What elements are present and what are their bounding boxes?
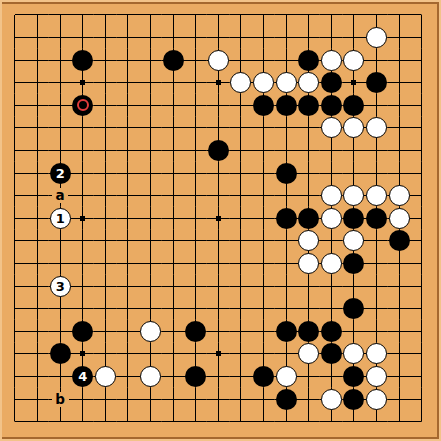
intersection-18-9 — [388, 184, 411, 207]
intersection-2-9 — [26, 184, 49, 207]
intersection-10-19 — [207, 410, 230, 433]
intersection-3-6 — [49, 117, 72, 140]
intersection-15-7 — [320, 139, 343, 162]
intersection-1-4 — [4, 71, 27, 94]
intersection-3-2 — [49, 26, 72, 49]
black-stone — [72, 95, 93, 116]
intersection-9-15 — [184, 320, 207, 343]
intersection-6-17 — [117, 365, 140, 388]
intersection-2-5 — [26, 94, 49, 117]
intersection-7-13 — [139, 275, 162, 298]
intersection-9-11 — [184, 230, 207, 253]
intersection-6-8 — [117, 162, 140, 185]
intersection-11-11 — [230, 230, 253, 253]
intersection-19-11 — [410, 230, 433, 253]
intersection-3-8: 2 — [49, 162, 72, 185]
intersection-4-5 — [71, 94, 94, 117]
white-stone-move-3: 3 — [50, 276, 71, 297]
intersection-15-14 — [320, 297, 343, 320]
white-stone — [343, 230, 364, 251]
intersection-13-1 — [275, 4, 298, 27]
intersection-13-9 — [275, 184, 298, 207]
intersection-16-17 — [343, 365, 366, 388]
intersection-1-6 — [4, 117, 27, 140]
black-stone — [321, 343, 342, 364]
go-board-grid: 2a134b — [4, 4, 433, 433]
intersection-9-1 — [184, 4, 207, 27]
intersection-17-10 — [365, 207, 388, 230]
black-stone — [276, 163, 297, 184]
white-stone — [208, 50, 229, 71]
white-stone — [230, 72, 251, 93]
intersection-7-10 — [139, 207, 162, 230]
intersection-3-3 — [49, 49, 72, 72]
intersection-10-3 — [207, 49, 230, 72]
intersection-4-9 — [71, 184, 94, 207]
black-stone — [366, 208, 387, 229]
intersection-4-2 — [71, 26, 94, 49]
intersection-7-1 — [139, 4, 162, 27]
intersection-19-12 — [410, 252, 433, 275]
intersection-1-3 — [4, 49, 27, 72]
intersection-7-19 — [139, 410, 162, 433]
black-stone — [208, 140, 229, 161]
intersection-10-16 — [207, 343, 230, 366]
intersection-18-17 — [388, 365, 411, 388]
black-stone — [298, 208, 319, 229]
intersection-5-5 — [94, 94, 117, 117]
intersection-5-3 — [94, 49, 117, 72]
intersection-9-6 — [184, 117, 207, 140]
white-stone — [389, 208, 410, 229]
intersection-2-14 — [26, 297, 49, 320]
intersection-8-17 — [162, 365, 185, 388]
white-stone — [276, 72, 297, 93]
intersection-10-13 — [207, 275, 230, 298]
intersection-18-13 — [388, 275, 411, 298]
intersection-18-10 — [388, 207, 411, 230]
intersection-4-16 — [71, 343, 94, 366]
circle-marker — [77, 99, 89, 111]
intersection-12-3 — [252, 49, 275, 72]
intersection-9-7 — [184, 139, 207, 162]
white-stone — [366, 117, 387, 138]
intersection-3-15 — [49, 320, 72, 343]
white-stone — [343, 185, 364, 206]
intersection-5-2 — [94, 26, 117, 49]
intersection-10-4 — [207, 71, 230, 94]
intersection-10-11 — [207, 230, 230, 253]
intersection-8-18 — [162, 388, 185, 411]
intersection-17-5 — [365, 94, 388, 117]
intersection-10-5 — [207, 94, 230, 117]
intersection-14-15 — [297, 320, 320, 343]
black-stone — [253, 366, 274, 387]
intersection-15-1 — [320, 4, 343, 27]
intersection-15-2 — [320, 26, 343, 49]
intersection-12-12 — [252, 252, 275, 275]
intersection-10-17 — [207, 365, 230, 388]
point-label-a: a — [52, 188, 68, 203]
intersection-2-13 — [26, 275, 49, 298]
intersection-7-15 — [139, 320, 162, 343]
intersection-8-15 — [162, 320, 185, 343]
intersection-11-17 — [230, 365, 253, 388]
intersection-13-8 — [275, 162, 298, 185]
intersection-2-4 — [26, 71, 49, 94]
intersection-7-18 — [139, 388, 162, 411]
intersection-5-13 — [94, 275, 117, 298]
intersection-12-5 — [252, 94, 275, 117]
black-stone — [163, 50, 184, 71]
intersection-19-3 — [410, 49, 433, 72]
intersection-5-12 — [94, 252, 117, 275]
intersection-1-2 — [4, 26, 27, 49]
intersection-18-4 — [388, 71, 411, 94]
intersection-19-18 — [410, 388, 433, 411]
intersection-5-11 — [94, 230, 117, 253]
white-stone — [298, 253, 319, 274]
black-stone — [298, 50, 319, 71]
intersection-12-2 — [252, 26, 275, 49]
intersection-19-9 — [410, 184, 433, 207]
intersection-12-15 — [252, 320, 275, 343]
intersection-14-1 — [297, 4, 320, 27]
intersection-11-14 — [230, 297, 253, 320]
intersection-7-11 — [139, 230, 162, 253]
intersection-17-8 — [365, 162, 388, 185]
intersection-13-10 — [275, 207, 298, 230]
white-stone — [366, 389, 387, 410]
intersection-9-14 — [184, 297, 207, 320]
intersection-2-18 — [26, 388, 49, 411]
intersection-10-15 — [207, 320, 230, 343]
intersection-6-11 — [117, 230, 140, 253]
intersection-9-19 — [184, 410, 207, 433]
intersection-11-5 — [230, 94, 253, 117]
intersection-6-13 — [117, 275, 140, 298]
intersection-11-3 — [230, 49, 253, 72]
intersection-17-12 — [365, 252, 388, 275]
intersection-3-1 — [49, 4, 72, 27]
intersection-3-7 — [49, 139, 72, 162]
black-stone — [276, 389, 297, 410]
intersection-2-16 — [26, 343, 49, 366]
intersection-12-16 — [252, 343, 275, 366]
intersection-15-6 — [320, 117, 343, 140]
intersection-19-7 — [410, 139, 433, 162]
intersection-10-12 — [207, 252, 230, 275]
intersection-14-5 — [297, 94, 320, 117]
intersection-1-14 — [4, 297, 27, 320]
white-stone — [366, 366, 387, 387]
intersection-16-15 — [343, 320, 366, 343]
intersection-2-11 — [26, 230, 49, 253]
white-stone — [298, 230, 319, 251]
intersection-14-12 — [297, 252, 320, 275]
intersection-1-13 — [4, 275, 27, 298]
intersection-18-14 — [388, 297, 411, 320]
intersection-10-2 — [207, 26, 230, 49]
intersection-10-8 — [207, 162, 230, 185]
intersection-9-4 — [184, 71, 207, 94]
intersection-13-5 — [275, 94, 298, 117]
intersection-1-12 — [4, 252, 27, 275]
intersection-8-5 — [162, 94, 185, 117]
intersection-14-8 — [297, 162, 320, 185]
intersection-10-10 — [207, 207, 230, 230]
intersection-5-1 — [94, 4, 117, 27]
intersection-9-16 — [184, 343, 207, 366]
black-stone — [343, 208, 364, 229]
white-stone — [343, 117, 364, 138]
intersection-10-14 — [207, 297, 230, 320]
intersection-12-17 — [252, 365, 275, 388]
intersection-13-18 — [275, 388, 298, 411]
black-stone — [253, 95, 274, 116]
intersection-5-14 — [94, 297, 117, 320]
intersection-12-6 — [252, 117, 275, 140]
intersection-4-11 — [71, 230, 94, 253]
intersection-13-7 — [275, 139, 298, 162]
intersection-5-7 — [94, 139, 117, 162]
intersection-8-10 — [162, 207, 185, 230]
intersection-15-3 — [320, 49, 343, 72]
intersection-4-15 — [71, 320, 94, 343]
intersection-16-2 — [343, 26, 366, 49]
intersection-5-9 — [94, 184, 117, 207]
white-stone — [321, 253, 342, 274]
black-stone — [276, 321, 297, 342]
intersection-6-9 — [117, 184, 140, 207]
intersection-3-10: 1 — [49, 207, 72, 230]
intersection-5-19 — [94, 410, 117, 433]
intersection-12-13 — [252, 275, 275, 298]
intersection-12-18 — [252, 388, 275, 411]
black-stone — [72, 50, 93, 71]
intersection-17-2 — [365, 26, 388, 49]
intersection-19-1 — [410, 4, 433, 27]
intersection-1-19 — [4, 410, 27, 433]
intersection-16-12 — [343, 252, 366, 275]
white-stone — [366, 343, 387, 364]
intersection-6-2 — [117, 26, 140, 49]
intersection-16-10 — [343, 207, 366, 230]
white-stone — [253, 72, 274, 93]
intersection-18-7 — [388, 139, 411, 162]
intersection-7-12 — [139, 252, 162, 275]
intersection-9-8 — [184, 162, 207, 185]
intersection-2-15 — [26, 320, 49, 343]
intersection-14-7 — [297, 139, 320, 162]
intersection-16-11 — [343, 230, 366, 253]
intersection-4-17: 4 — [71, 365, 94, 388]
intersection-4-10 — [71, 207, 94, 230]
intersection-16-5 — [343, 94, 366, 117]
intersection-12-11 — [252, 230, 275, 253]
intersection-15-8 — [320, 162, 343, 185]
intersection-4-19 — [71, 410, 94, 433]
intersection-15-9 — [320, 184, 343, 207]
intersection-4-4 — [71, 71, 94, 94]
intersection-11-15 — [230, 320, 253, 343]
intersection-4-12 — [71, 252, 94, 275]
intersection-19-8 — [410, 162, 433, 185]
intersection-13-2 — [275, 26, 298, 49]
intersection-16-13 — [343, 275, 366, 298]
intersection-7-9 — [139, 184, 162, 207]
intersection-14-19 — [297, 410, 320, 433]
intersection-18-6 — [388, 117, 411, 140]
intersection-14-2 — [297, 26, 320, 49]
intersection-1-18 — [4, 388, 27, 411]
intersection-16-19 — [343, 410, 366, 433]
intersection-2-3 — [26, 49, 49, 72]
white-stone — [343, 343, 364, 364]
intersection-2-10 — [26, 207, 49, 230]
intersection-3-11 — [49, 230, 72, 253]
black-stone — [343, 253, 364, 274]
intersection-13-4 — [275, 71, 298, 94]
intersection-19-13 — [410, 275, 433, 298]
intersection-13-12 — [275, 252, 298, 275]
white-stone — [366, 27, 387, 48]
white-stone — [276, 366, 297, 387]
intersection-15-17 — [320, 365, 343, 388]
intersection-8-7 — [162, 139, 185, 162]
black-stone-move-2: 2 — [50, 163, 71, 184]
intersection-12-14 — [252, 297, 275, 320]
intersection-1-11 — [4, 230, 27, 253]
black-stone — [321, 321, 342, 342]
intersection-2-19 — [26, 410, 49, 433]
black-stone — [276, 95, 297, 116]
black-stone — [389, 230, 410, 251]
intersection-13-6 — [275, 117, 298, 140]
intersection-13-11 — [275, 230, 298, 253]
intersection-17-17 — [365, 365, 388, 388]
intersection-5-4 — [94, 71, 117, 94]
intersection-8-2 — [162, 26, 185, 49]
intersection-8-14 — [162, 297, 185, 320]
intersection-8-9 — [162, 184, 185, 207]
intersection-6-16 — [117, 343, 140, 366]
intersection-4-13 — [71, 275, 94, 298]
intersection-12-10 — [252, 207, 275, 230]
white-stone — [95, 366, 116, 387]
intersection-19-17 — [410, 365, 433, 388]
intersection-8-13 — [162, 275, 185, 298]
intersection-3-5 — [49, 94, 72, 117]
intersection-1-9 — [4, 184, 27, 207]
intersection-8-1 — [162, 4, 185, 27]
intersection-11-16 — [230, 343, 253, 366]
intersection-12-9 — [252, 184, 275, 207]
black-stone — [72, 321, 93, 342]
intersection-15-5 — [320, 94, 343, 117]
intersection-1-10 — [4, 207, 27, 230]
go-board: 2a134b — [0, 0, 441, 441]
intersection-8-11 — [162, 230, 185, 253]
intersection-13-15 — [275, 320, 298, 343]
intersection-9-3 — [184, 49, 207, 72]
intersection-9-2 — [184, 26, 207, 49]
black-stone — [343, 95, 364, 116]
intersection-18-11 — [388, 230, 411, 253]
intersection-16-7 — [343, 139, 366, 162]
intersection-11-7 — [230, 139, 253, 162]
white-stone — [321, 117, 342, 138]
intersection-5-6 — [94, 117, 117, 140]
intersection-8-8 — [162, 162, 185, 185]
intersection-17-19 — [365, 410, 388, 433]
intersection-8-3 — [162, 49, 185, 72]
intersection-14-13 — [297, 275, 320, 298]
intersection-13-16 — [275, 343, 298, 366]
intersection-3-4 — [49, 71, 72, 94]
white-stone-move-1: 1 — [50, 208, 71, 229]
intersection-7-14 — [139, 297, 162, 320]
intersection-10-18 — [207, 388, 230, 411]
intersection-11-4 — [230, 71, 253, 94]
intersection-15-13 — [320, 275, 343, 298]
intersection-13-14 — [275, 297, 298, 320]
intersection-19-19 — [410, 410, 433, 433]
intersection-7-17 — [139, 365, 162, 388]
intersection-6-15 — [117, 320, 140, 343]
intersection-16-14 — [343, 297, 366, 320]
intersection-13-3 — [275, 49, 298, 72]
intersection-16-6 — [343, 117, 366, 140]
intersection-16-3 — [343, 49, 366, 72]
black-stone — [321, 72, 342, 93]
intersection-18-3 — [388, 49, 411, 72]
intersection-4-7 — [71, 139, 94, 162]
intersection-16-16 — [343, 343, 366, 366]
intersection-2-7 — [26, 139, 49, 162]
intersection-2-17 — [26, 365, 49, 388]
white-stone — [321, 185, 342, 206]
intersection-18-15 — [388, 320, 411, 343]
intersection-13-13 — [275, 275, 298, 298]
intersection-6-4 — [117, 71, 140, 94]
intersection-10-7 — [207, 139, 230, 162]
intersection-17-9 — [365, 184, 388, 207]
intersection-18-8 — [388, 162, 411, 185]
intersection-19-5 — [410, 94, 433, 117]
intersection-4-3 — [71, 49, 94, 72]
intersection-7-2 — [139, 26, 162, 49]
intersection-1-17 — [4, 365, 27, 388]
intersection-2-8 — [26, 162, 49, 185]
intersection-11-12 — [230, 252, 253, 275]
intersection-5-10 — [94, 207, 117, 230]
intersection-4-1 — [71, 4, 94, 27]
intersection-17-13 — [365, 275, 388, 298]
white-stone — [298, 72, 319, 93]
intersection-6-3 — [117, 49, 140, 72]
intersection-11-19 — [230, 410, 253, 433]
white-stone — [389, 185, 410, 206]
intersection-18-12 — [388, 252, 411, 275]
intersection-12-19 — [252, 410, 275, 433]
intersection-18-5 — [388, 94, 411, 117]
intersection-6-10 — [117, 207, 140, 230]
intersection-7-7 — [139, 139, 162, 162]
white-stone — [321, 389, 342, 410]
intersection-12-8 — [252, 162, 275, 185]
intersection-7-6 — [139, 117, 162, 140]
